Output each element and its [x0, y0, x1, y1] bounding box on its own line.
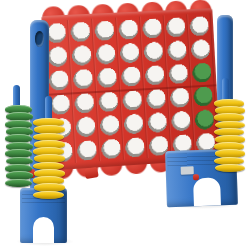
board-hole-c4 [95, 65, 120, 90]
board-hole-c2 [97, 112, 122, 137]
board-hole-d6 [116, 17, 141, 42]
release-lever-center [84, 167, 99, 179]
handle-cutout-icon [35, 31, 44, 47]
disc-stack-left-green [5, 105, 32, 186]
board-hole-b5 [69, 43, 94, 68]
right-leg-arch [193, 177, 221, 206]
left-leg-arch [33, 217, 54, 243]
product-photo-connect-four [0, 0, 250, 250]
board-hole-d4 [119, 64, 144, 89]
board-hole-e6 [140, 15, 165, 40]
board-hole-d1 [123, 134, 148, 159]
board-hole-e2 [145, 110, 170, 135]
board-hole-c6 [92, 18, 117, 43]
board-hole-b6 [68, 19, 93, 44]
board-hole-g4 [190, 60, 215, 85]
board-hole-f4 [166, 61, 191, 86]
board-hole-d2 [121, 111, 146, 136]
board-hole-b1 [75, 137, 100, 162]
disc-stack-left-yellow [33, 118, 64, 198]
board-hole-e4 [143, 62, 168, 87]
board-hole-b4 [71, 66, 96, 91]
board [41, 6, 221, 173]
stored-disc-green [5, 179, 32, 188]
board-hole-c5 [93, 41, 118, 66]
board-hole-g6 [187, 13, 212, 38]
board-hole-f2 [169, 108, 194, 133]
board-hole-c1 [99, 136, 124, 161]
disc-stack-right-yellow [214, 99, 244, 171]
board-hole-b2 [73, 114, 98, 139]
board-hole-a4 [46, 68, 72, 93]
board-hole-f5 [165, 38, 190, 63]
board-hole-e5 [141, 39, 166, 64]
leg-label [181, 166, 194, 174]
board-hole-g5 [188, 37, 213, 62]
board-hole-f6 [164, 14, 189, 39]
board-hole-d5 [117, 40, 142, 65]
release-clip-right [193, 174, 199, 180]
